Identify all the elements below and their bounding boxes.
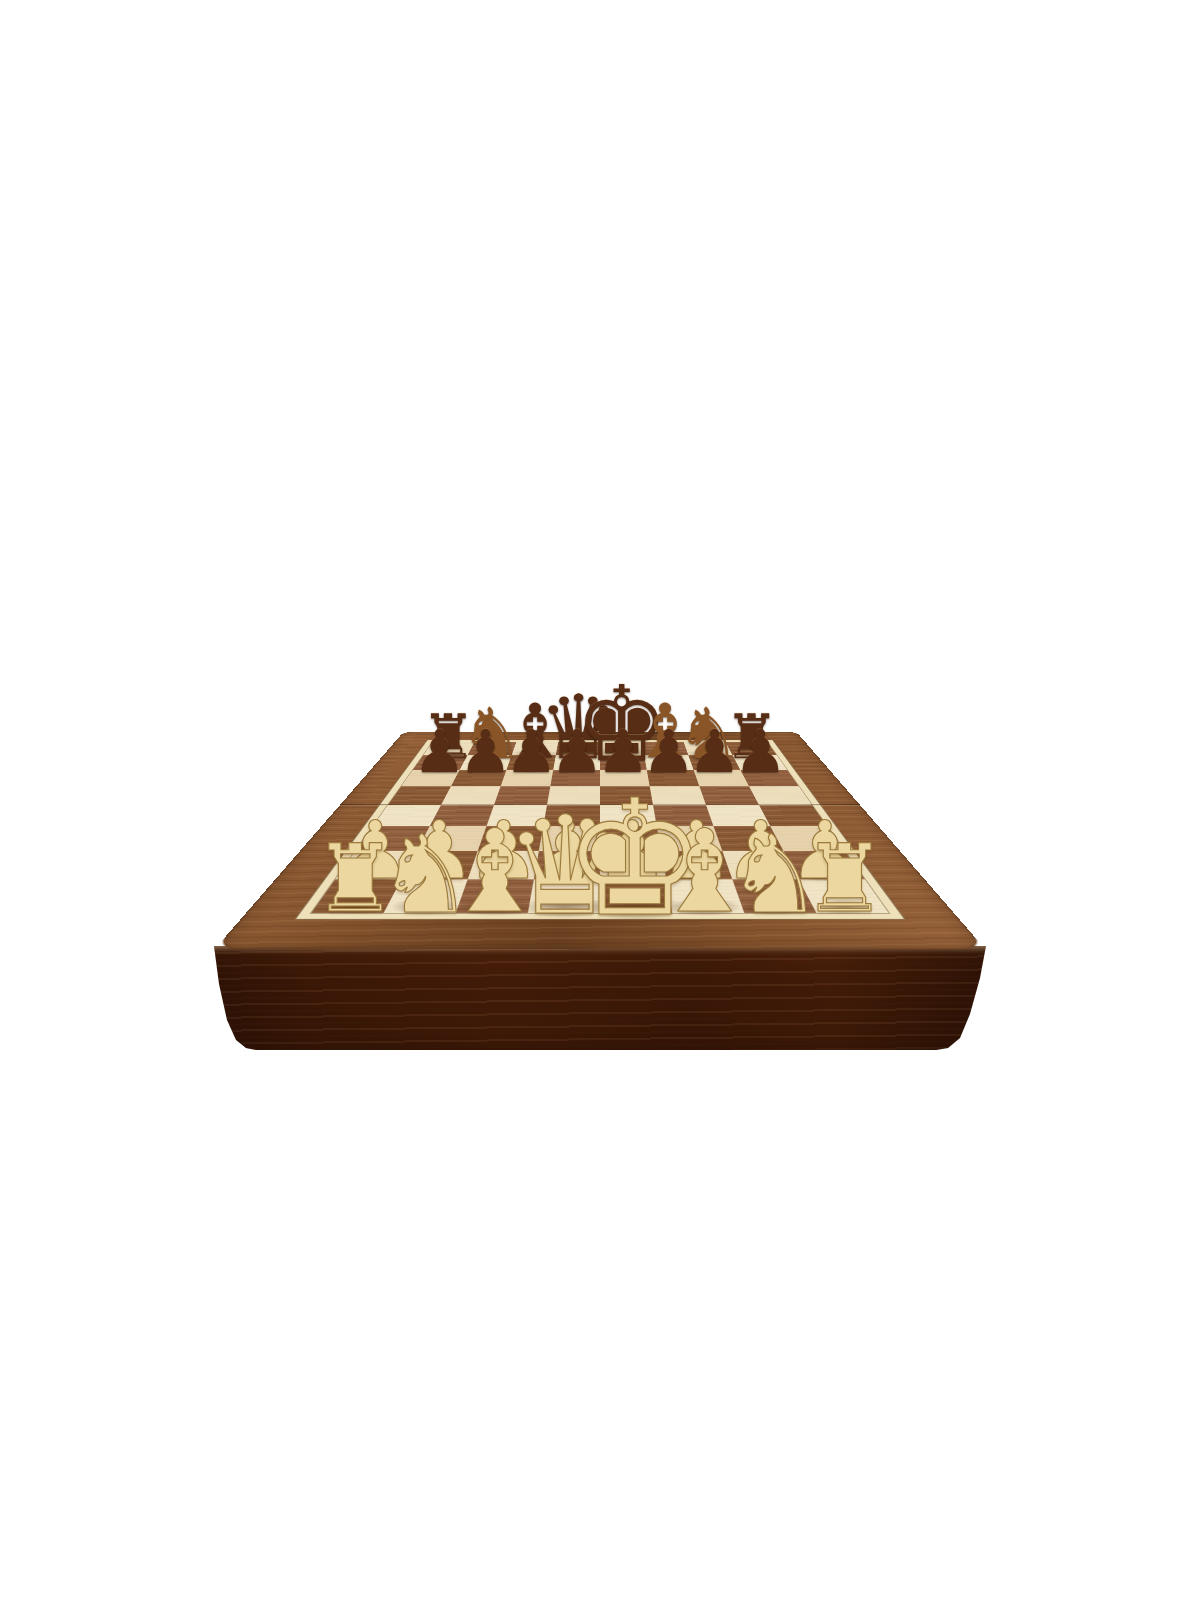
black-pawn-glyph: ♟ (734, 722, 787, 781)
pieces-layer: ♜♞♝♛♚♝♞♜♟♟♟♟♟♟♟♟♟♟♟♟♟♟♟♟♜♞♝♛♚♝♞♜ (0, 0, 1200, 1600)
board-box-front-side (200, 946, 990, 1050)
square-b5[interactable] (441, 786, 501, 805)
square-h5[interactable] (749, 786, 812, 805)
white-rook-glyph: ♜ (802, 832, 886, 926)
product-photo-canvas: ♜♞♝♛♚♝♞♜♟♟♟♟♟♟♟♟♟♟♟♟♟♟♟♟♜♞♝♛♚♝♞♜ (0, 0, 1200, 1600)
